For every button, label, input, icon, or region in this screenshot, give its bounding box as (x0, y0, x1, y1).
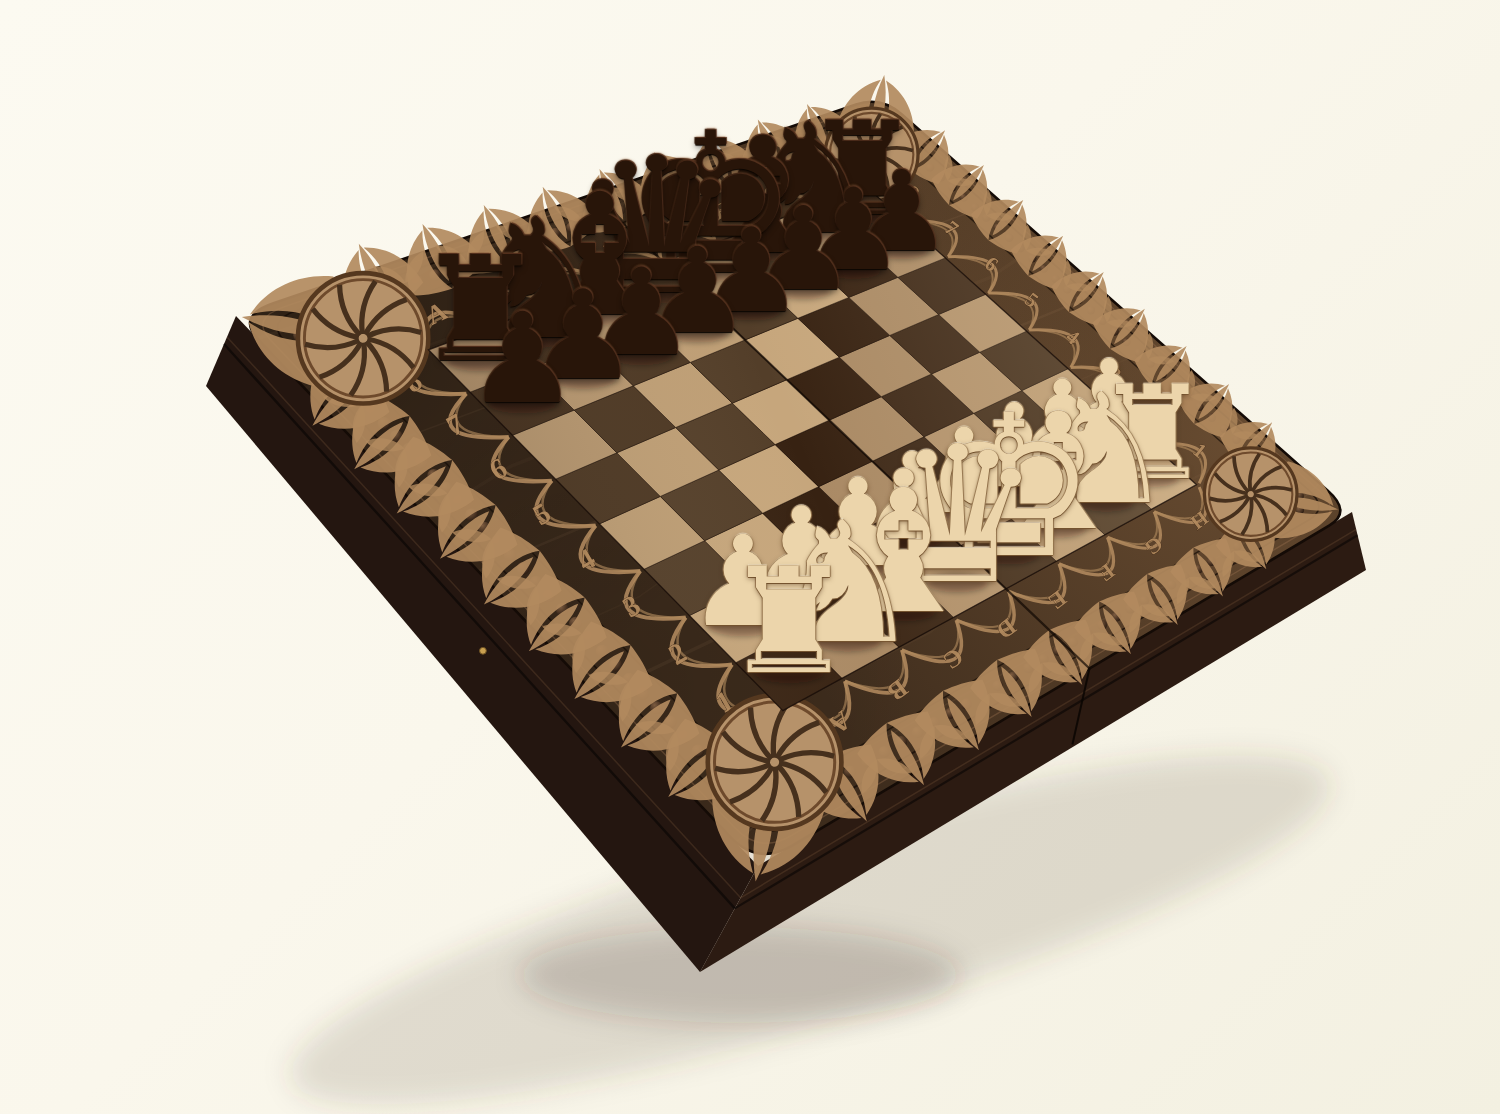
white-rook-a1[interactable]: ♜ (724, 548, 855, 694)
black-pawn-a7[interactable]: ♟ (466, 296, 578, 421)
product-photo-scene: ABCDEFGH12345678ABCDEFGH12345678 ♜♞♟♝♟♚♟… (0, 0, 1500, 1114)
pieces-layer: ♜♞♟♝♟♚♟♛♟♝♟♞♟♜♟♟♟♟♜♟♞♟♝♟♚♟♛♟♝♟♞♜ (0, 0, 1500, 1114)
